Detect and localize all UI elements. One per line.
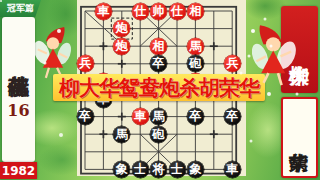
piece-red-elephant[interactable]: 相 bbox=[187, 3, 204, 20]
series-badge: 冠军篇 bbox=[0, 0, 41, 17]
piece-red-cannon[interactable]: 炮 bbox=[113, 38, 130, 55]
piece-red-chariot[interactable]: 車 bbox=[95, 3, 112, 20]
piece-black-horse[interactable]: 馬 bbox=[150, 108, 167, 125]
piece-black-advisor[interactable]: 士 bbox=[132, 161, 149, 178]
piece-black-soldier[interactable]: 卒 bbox=[187, 108, 204, 125]
caption-text: 柳大华鸳鸯炮杀胡荣华 bbox=[59, 74, 259, 102]
year-label: 1982 bbox=[2, 164, 35, 178]
year-badge: 1982 bbox=[0, 162, 37, 179]
thumbnail-stage: 車仕帅仕相炮炮相馬兵卒砲兵兵兵車卒車馬卒卒馬砲象士将士象車 冠军篇 借花献佛 1… bbox=[0, 0, 320, 180]
piece-black-general[interactable]: 将 bbox=[150, 161, 167, 178]
player-bottom-panel: 胡荣华 bbox=[281, 97, 318, 178]
episode-title-strip: 借花献佛 16 bbox=[2, 17, 35, 162]
piece-red-chariot[interactable]: 車 bbox=[132, 108, 149, 125]
piece-red-advisor[interactable]: 仕 bbox=[169, 3, 186, 20]
piece-red-soldier[interactable]: 兵 bbox=[224, 55, 241, 72]
fairy-illustration-right bbox=[248, 24, 296, 90]
piece-black-advisor[interactable]: 士 bbox=[169, 161, 186, 178]
piece-red-cannon[interactable]: 炮 bbox=[113, 20, 130, 37]
caption-banner: 柳大华鸳鸯炮杀胡荣华 bbox=[53, 74, 265, 101]
piece-black-elephant[interactable]: 象 bbox=[113, 161, 130, 178]
episode-number: 16 bbox=[7, 101, 29, 120]
piece-black-soldier[interactable]: 卒 bbox=[77, 108, 94, 125]
piece-red-horse[interactable]: 馬 bbox=[187, 38, 204, 55]
piece-red-soldier[interactable]: 兵 bbox=[77, 55, 94, 72]
piece-black-horse[interactable]: 馬 bbox=[113, 126, 130, 143]
piece-red-general[interactable]: 帅 bbox=[150, 3, 167, 20]
series-badge-label: 冠军篇 bbox=[7, 2, 34, 15]
piece-black-soldier[interactable]: 卒 bbox=[150, 55, 167, 72]
piece-black-elephant[interactable]: 象 bbox=[187, 161, 204, 178]
piece-black-soldier[interactable]: 卒 bbox=[224, 108, 241, 125]
piece-red-elephant[interactable]: 相 bbox=[150, 38, 167, 55]
piece-black-cannon[interactable]: 砲 bbox=[150, 126, 167, 143]
piece-red-advisor[interactable]: 仕 bbox=[132, 3, 149, 20]
piece-black-chariot[interactable]: 車 bbox=[224, 161, 241, 178]
